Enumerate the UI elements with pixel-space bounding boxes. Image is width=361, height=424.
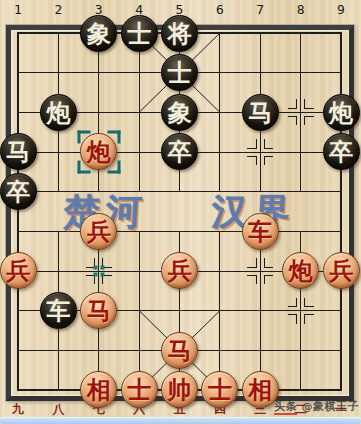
xiangqi-app-screenshot: 123456789 楚河 汉界 象士将士炮象马炮马炮卒卒卒兵车兵兵炮兵车马马相士… (0, 0, 361, 424)
piece-black-elephant[interactable]: 象 (80, 15, 117, 52)
intersection-red-horse: 马 (159, 330, 199, 370)
intersection-black-elephant: 象 (159, 93, 199, 133)
piece-red-general[interactable]: 帅 (161, 371, 198, 408)
watermark: 头条 @象棋王子 (274, 400, 359, 414)
intersection-red-pawn: 兵 (0, 251, 38, 291)
intersection-red-advisor: 士 (200, 370, 240, 410)
intersection-black-pawn: 卒 (159, 132, 199, 172)
intersection-last-move-origin (79, 251, 119, 291)
intersection-black-advisor: 士 (119, 13, 159, 53)
piece-black-cannon[interactable]: 炮 (40, 94, 77, 131)
intersection-black-advisor: 士 (159, 53, 199, 93)
bottom-scrollbar[interactable] (0, 417, 361, 424)
piece-black-pawn[interactable]: 卒 (323, 133, 360, 170)
intersection-black-rook: 车 (38, 291, 78, 331)
board-grid[interactable]: 象士将士炮象马炮马炮卒卒卒兵车兵兵炮兵车马马相士帅士相 (0, 13, 361, 410)
piece-black-elephant[interactable]: 象 (161, 94, 198, 131)
piece-black-advisor[interactable]: 士 (121, 15, 158, 52)
intersection-black-cannon: 炮 (38, 93, 78, 133)
piece-black-horse[interactable]: 马 (0, 133, 37, 170)
piece-red-horse[interactable]: 马 (161, 332, 198, 369)
piece-red-cannon[interactable]: 炮 (80, 133, 117, 170)
piece-red-pawn[interactable]: 兵 (80, 213, 117, 250)
watermark-handle: @象棋王子 (297, 400, 359, 413)
intersection-red-pawn: 兵 (159, 251, 199, 291)
intersection-black-elephant: 象 (79, 13, 119, 53)
intersection-red-elephant: 相 (79, 370, 119, 410)
intersection-red-general: 帅 (159, 370, 199, 410)
intersection-black-pawn: 卒 (321, 132, 361, 172)
intersection-red-advisor: 士 (119, 370, 159, 410)
intersection-black-general: 将 (159, 13, 199, 53)
piece-red-pawn[interactable]: 兵 (161, 252, 198, 289)
piece-black-general[interactable]: 将 (161, 15, 198, 52)
piece-red-advisor[interactable]: 士 (201, 371, 238, 408)
piece-red-pawn[interactable]: 兵 (0, 252, 37, 289)
piece-red-horse[interactable]: 马 (80, 292, 117, 329)
intersection-red-rook: 车 (240, 211, 280, 251)
piece-black-pawn[interactable]: 卒 (0, 173, 37, 210)
piece-red-advisor[interactable]: 士 (121, 371, 158, 408)
intersection-black-pawn: 卒 (0, 172, 38, 212)
intersection-red-cannon: 炮 (280, 251, 320, 291)
piece-black-pawn[interactable]: 卒 (161, 133, 198, 170)
last-move-origin-marker (93, 265, 104, 276)
piece-black-cannon[interactable]: 炮 (323, 94, 360, 131)
piece-black-rook[interactable]: 车 (40, 292, 77, 329)
intersection-black-horse: 马 (0, 132, 38, 172)
intersection-black-cannon: 炮 (321, 93, 361, 133)
piece-red-pawn[interactable]: 兵 (323, 252, 360, 289)
piece-black-advisor[interactable]: 士 (161, 54, 198, 91)
intersection-red-cannon: 炮 (79, 132, 119, 172)
intersection-red-horse: 马 (79, 291, 119, 331)
piece-red-cannon[interactable]: 炮 (282, 252, 319, 289)
piece-black-horse[interactable]: 马 (242, 94, 279, 131)
intersection-red-pawn: 兵 (321, 251, 361, 291)
watermark-prefix: 头条 (274, 400, 297, 415)
intersection-black-horse: 马 (240, 93, 280, 133)
piece-red-elephant[interactable]: 相 (80, 371, 117, 408)
piece-red-rook[interactable]: 车 (242, 213, 279, 250)
intersection-red-pawn: 兵 (79, 211, 119, 251)
